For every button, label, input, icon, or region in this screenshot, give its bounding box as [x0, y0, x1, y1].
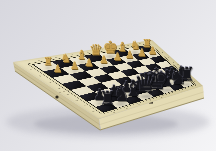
coordinate-label: 6 [183, 72, 185, 73]
coordinate-label: 3 [167, 57, 169, 58]
coordinate-label: h [139, 43, 141, 44]
coordinate-label: h [190, 88, 192, 89]
coordinate-label: 3 [48, 82, 52, 84]
clasp-left [55, 95, 58, 98]
chess-set-photo: aa11bb22cc33dd44ee55ff66gg77hh88 ♜♞♝♛♚♝♞… [0, 0, 216, 151]
coordinate-label: b [126, 108, 129, 109]
coordinate-label: d [150, 100, 152, 101]
coordinate-label: 5 [66, 94, 69, 95]
coordinate-label: 2 [161, 52, 163, 53]
coordinate-label: 4 [173, 62, 175, 63]
coordinate-label: e [101, 49, 104, 50]
coordinate-label: g [127, 45, 130, 46]
coordinate-label: d [86, 51, 89, 52]
coordinate-label: a [112, 112, 115, 113]
coordinate-label: c [138, 104, 140, 105]
coordinate-label: f [171, 94, 173, 95]
coordinate-label: 2 [39, 75, 43, 77]
coordinate-label: 7 [84, 105, 87, 106]
coordinate-label: 7 [189, 76, 191, 77]
coordinate-label: 1 [155, 46, 157, 47]
coordinate-label: g [181, 90, 183, 91]
coordinate-label: c [71, 54, 74, 55]
coordinate-label: e [161, 97, 163, 98]
coordinate-label: a [37, 59, 41, 61]
coordinate-label: f [115, 47, 117, 48]
coordinate-label: 8 [194, 81, 196, 82]
coordinate-label: 4 [57, 88, 61, 90]
coordinate-label: 5 [178, 67, 180, 68]
coordinate-label: 8 [92, 111, 95, 112]
coordinate-label: 6 [75, 100, 78, 101]
coordinate-label: 1 [29, 69, 33, 71]
